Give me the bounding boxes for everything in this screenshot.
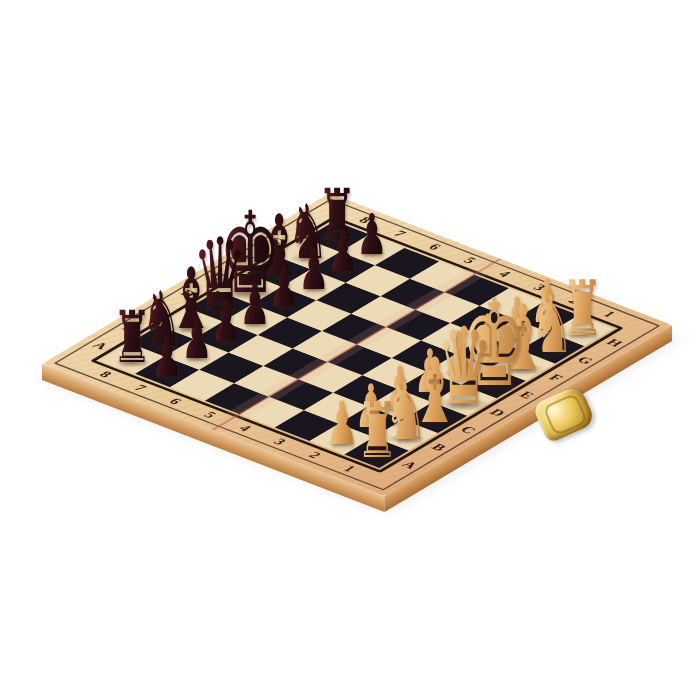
piece-black-pawn-g7[interactable]: ♟ [327, 225, 358, 281]
piece-black-pawn-d7[interactable]: ♟ [239, 277, 270, 333]
piece-black-rook-a8[interactable]: ♜ [113, 303, 153, 374]
piece-black-pawn-a7[interactable]: ♟ [152, 329, 183, 385]
piece-black-pawn-h7[interactable]: ♟ [357, 207, 388, 263]
piece-white-rook-a1[interactable]: ♜ [355, 393, 397, 469]
piece-white-pawn-a2[interactable]: ♟ [325, 393, 358, 453]
chess-set-product-photo: AABBCCDDEEFFGGHH1122334455667788 ♜♞♝♛♚♝♞… [0, 0, 700, 700]
piece-black-pawn-b7[interactable]: ♟ [181, 312, 212, 368]
brass-clasp-ridge [543, 393, 588, 437]
piece-black-pawn-e7[interactable]: ♟ [269, 260, 300, 316]
piece-black-pawn-f7[interactable]: ♟ [298, 242, 329, 298]
piece-black-pawn-c7[interactable]: ♟ [210, 294, 241, 350]
